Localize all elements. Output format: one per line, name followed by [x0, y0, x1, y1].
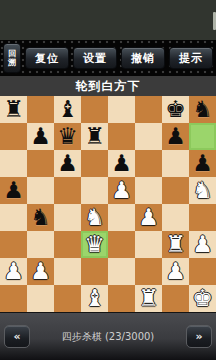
square-g4[interactable] — [162, 204, 189, 231]
square-f8[interactable] — [135, 96, 162, 123]
chess-app-screen: 回溯 复位 设置 撤销 提示 轮到白方下 ♜♝♚♞♟♛♜♟♟♟♟♟♟♞♞♞♟♛♜… — [0, 0, 216, 360]
black-knight: ♞ — [192, 96, 213, 123]
square-h2[interactable] — [189, 258, 216, 285]
black-pawn: ♟ — [3, 177, 24, 204]
white-knight: ♞ — [84, 204, 105, 231]
square-a2[interactable]: ♟ — [0, 258, 27, 285]
square-e8[interactable] — [108, 96, 135, 123]
history-button[interactable]: 回溯 — [3, 43, 21, 73]
square-b3[interactable] — [27, 231, 54, 258]
square-h6[interactable]: ♟ — [189, 150, 216, 177]
square-c1[interactable] — [54, 285, 81, 312]
square-f6[interactable] — [135, 150, 162, 177]
square-h3[interactable]: ♟ — [189, 231, 216, 258]
black-pawn: ♟ — [57, 150, 78, 177]
square-g7[interactable]: ♟ — [162, 123, 189, 150]
square-a1[interactable] — [0, 285, 27, 312]
square-f2[interactable] — [135, 258, 162, 285]
square-a7[interactable] — [0, 123, 27, 150]
white-pawn: ♟ — [30, 258, 51, 285]
square-f7[interactable] — [135, 123, 162, 150]
square-d6[interactable] — [81, 150, 108, 177]
black-rook: ♜ — [84, 123, 105, 150]
square-e3[interactable] — [108, 231, 135, 258]
square-h7[interactable] — [189, 123, 216, 150]
square-e6[interactable]: ♟ — [108, 150, 135, 177]
square-a8[interactable]: ♜ — [0, 96, 27, 123]
square-d3[interactable]: ♛ — [81, 231, 108, 258]
square-e1[interactable] — [108, 285, 135, 312]
white-pawn: ♟ — [111, 177, 132, 204]
reset-button[interactable]: 复位 — [25, 47, 69, 69]
square-c3[interactable] — [54, 231, 81, 258]
square-b6[interactable] — [27, 150, 54, 177]
white-knight: ♞ — [192, 177, 213, 204]
square-c8[interactable]: ♝ — [54, 96, 81, 123]
black-queen: ♛ — [57, 123, 78, 150]
black-bishop: ♝ — [57, 96, 78, 123]
square-b2[interactable]: ♟ — [27, 258, 54, 285]
square-f5[interactable] — [135, 177, 162, 204]
square-e5[interactable]: ♟ — [108, 177, 135, 204]
square-d2[interactable] — [81, 258, 108, 285]
square-f3[interactable] — [135, 231, 162, 258]
scrollbar-thumb — [213, 12, 216, 30]
black-pawn: ♟ — [111, 150, 132, 177]
square-b4[interactable]: ♞ — [27, 204, 54, 231]
square-d5[interactable] — [81, 177, 108, 204]
square-c6[interactable]: ♟ — [54, 150, 81, 177]
square-g6[interactable] — [162, 150, 189, 177]
white-bishop: ♝ — [84, 285, 105, 312]
black-pawn: ♟ — [30, 123, 51, 150]
square-h8[interactable]: ♞ — [189, 96, 216, 123]
square-e7[interactable] — [108, 123, 135, 150]
white-pawn: ♟ — [165, 258, 186, 285]
square-g3[interactable]: ♜ — [162, 231, 189, 258]
square-d8[interactable] — [81, 96, 108, 123]
black-king: ♚ — [165, 96, 186, 123]
square-a5[interactable]: ♟ — [0, 177, 27, 204]
square-d7[interactable]: ♜ — [81, 123, 108, 150]
square-d1[interactable]: ♝ — [81, 285, 108, 312]
black-pawn: ♟ — [165, 123, 186, 150]
square-h5[interactable]: ♞ — [189, 177, 216, 204]
square-f1[interactable]: ♜ — [135, 285, 162, 312]
white-king: ♚ — [192, 285, 213, 312]
square-g5[interactable] — [162, 177, 189, 204]
square-h4[interactable] — [189, 204, 216, 231]
white-queen: ♛ — [84, 231, 105, 258]
top-panel — [0, 0, 216, 40]
bottom-bar: « 四步杀棋 (23/3000) » — [0, 312, 216, 360]
white-pawn: ♟ — [138, 204, 159, 231]
square-b7[interactable]: ♟ — [27, 123, 54, 150]
white-rook: ♜ — [138, 285, 159, 312]
square-g2[interactable]: ♟ — [162, 258, 189, 285]
square-c7[interactable]: ♛ — [54, 123, 81, 150]
white-pawn: ♟ — [192, 231, 213, 258]
square-h1[interactable]: ♚ — [189, 285, 216, 312]
next-puzzle-button[interactable]: » — [186, 325, 212, 348]
square-f4[interactable]: ♟ — [135, 204, 162, 231]
square-c4[interactable] — [54, 204, 81, 231]
square-g8[interactable]: ♚ — [162, 96, 189, 123]
square-a3[interactable] — [0, 231, 27, 258]
chess-board: ♜♝♚♞♟♛♜♟♟♟♟♟♟♞♞♞♟♛♜♟♟♟♟♝♜♚ — [0, 96, 216, 312]
puzzle-counter: 四步杀棋 (23/3000) — [62, 330, 155, 344]
square-e4[interactable] — [108, 204, 135, 231]
settings-button[interactable]: 设置 — [73, 47, 117, 69]
square-d4[interactable]: ♞ — [81, 204, 108, 231]
square-g1[interactable] — [162, 285, 189, 312]
square-a6[interactable] — [0, 150, 27, 177]
black-knight: ♞ — [30, 204, 51, 231]
square-b5[interactable] — [27, 177, 54, 204]
black-pawn: ♟ — [192, 150, 213, 177]
black-rook: ♜ — [3, 96, 24, 123]
undo-button[interactable]: 撤销 — [121, 47, 165, 69]
prev-puzzle-button[interactable]: « — [4, 325, 30, 348]
square-b1[interactable] — [27, 285, 54, 312]
hint-button[interactable]: 提示 — [169, 47, 213, 69]
turn-indicator: 轮到白方下 — [0, 76, 216, 96]
square-c5[interactable] — [54, 177, 81, 204]
white-pawn: ♟ — [3, 258, 24, 285]
square-a4[interactable] — [0, 204, 27, 231]
square-b8[interactable] — [27, 96, 54, 123]
white-rook: ♜ — [165, 231, 186, 258]
square-e2[interactable] — [108, 258, 135, 285]
toolbar: 回溯 复位 设置 撤销 提示 — [0, 40, 216, 76]
square-c2[interactable] — [54, 258, 81, 285]
